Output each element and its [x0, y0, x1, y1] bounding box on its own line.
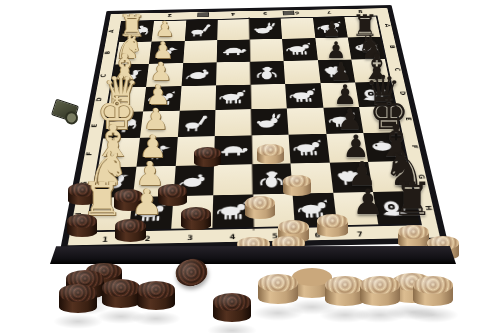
coord-top-4: 4 [217, 11, 249, 17]
monkey-art-icon [253, 63, 283, 83]
coord-top-7: 7 [312, 9, 345, 15]
checker-top [413, 276, 453, 294]
owl-art-icon [288, 85, 320, 106]
checker-top [257, 144, 284, 156]
square-c5[interactable] [250, 61, 285, 85]
dark-draughts-piece[interactable] [137, 281, 175, 318]
giraffe-art-icon [187, 22, 215, 40]
checker-top [59, 284, 97, 301]
checker-top [67, 214, 97, 228]
square-d4[interactable] [215, 85, 251, 110]
board-front-edge [50, 246, 456, 264]
turtle-art-icon [219, 41, 247, 60]
square-b4[interactable] [216, 40, 250, 62]
coord-top-5: 5 [249, 10, 281, 16]
square-e4[interactable] [215, 109, 252, 136]
dark-draughts-piece[interactable] [115, 219, 146, 249]
black-pawn[interactable]: ♟ [352, 185, 383, 220]
dark-draughts-piece[interactable] [59, 284, 97, 321]
square-f6[interactable] [289, 134, 329, 163]
square-e5[interactable] [251, 108, 289, 135]
hinge-plate-left [197, 12, 209, 17]
checker-top [102, 279, 140, 296]
black-rook[interactable]: ♜ [391, 176, 432, 222]
square-d5[interactable] [251, 84, 287, 109]
checker-top [317, 214, 348, 228]
goat-art-icon [218, 86, 248, 107]
light-draughts-piece[interactable] [325, 276, 365, 315]
checker-top [245, 196, 275, 210]
square-c3[interactable] [181, 62, 216, 86]
square-b6[interactable] [282, 38, 317, 60]
checker-top [181, 207, 211, 221]
hinge-plate-right [283, 11, 295, 16]
light-draughts-piece[interactable] [360, 276, 400, 315]
dark-draughts-piece[interactable] [194, 147, 221, 173]
checker-top [194, 147, 221, 159]
square-e6[interactable] [287, 108, 326, 135]
square-a6[interactable] [281, 18, 315, 39]
light-draughts-piece[interactable] [317, 214, 348, 244]
checker-top [213, 293, 251, 310]
square-a4[interactable] [217, 19, 250, 40]
turtle-art-icon [217, 138, 249, 162]
checker-top [137, 281, 175, 298]
checker-top [360, 276, 400, 294]
square-d3[interactable] [179, 85, 216, 110]
dark-draughts-piece[interactable] [181, 207, 211, 236]
light-draughts-piece[interactable] [283, 175, 311, 202]
light-draughts-piece[interactable] [258, 274, 298, 313]
square-b3[interactable] [183, 40, 217, 62]
checker-top [258, 274, 298, 292]
checker-top [115, 219, 146, 233]
white-pawn[interactable]: ♟ [131, 185, 162, 220]
dark-draughts-piece[interactable] [213, 293, 251, 330]
light-draughts-piece[interactable] [245, 196, 275, 225]
square-c6[interactable] [284, 60, 320, 84]
giraffe-art-icon [180, 112, 212, 135]
square-d6[interactable] [285, 83, 323, 108]
square-b5[interactable] [250, 39, 284, 61]
cow-art-icon [292, 136, 326, 160]
light-draughts-piece[interactable] [413, 276, 453, 315]
mouse-art-icon [184, 64, 214, 84]
checker-top [278, 220, 309, 234]
square-a5[interactable] [249, 19, 282, 40]
dark-draughts-piece[interactable] [67, 214, 97, 243]
rabbit-art-icon [252, 20, 280, 38]
brass-clasp-icon [51, 99, 79, 123]
square-a3[interactable] [184, 20, 217, 41]
square-e3[interactable] [177, 110, 215, 137]
dark-draughts-piece[interactable] [102, 279, 140, 316]
square-c4[interactable] [216, 61, 251, 85]
cow-art-icon [285, 40, 315, 59]
rabbit-art-icon [254, 111, 286, 134]
light-draughts-piece[interactable] [257, 144, 284, 170]
checker-top [325, 276, 365, 294]
chess-set-photo: 12345678 12345678 ABCDEFGH ABCDEFGH ♜♞♝♛… [0, 0, 500, 333]
checker-top [398, 225, 429, 239]
